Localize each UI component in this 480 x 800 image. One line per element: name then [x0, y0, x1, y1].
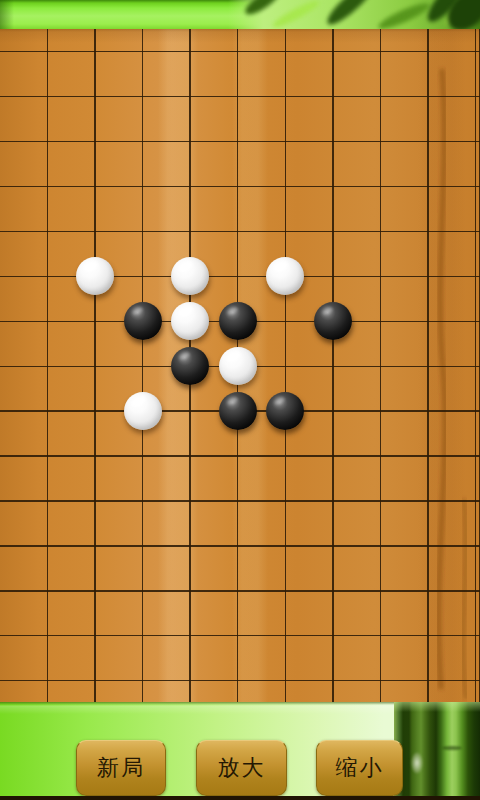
gomoku-app-screen: 新局 放大 缩小 [0, 0, 480, 800]
bamboo-leaves-image [228, 0, 480, 29]
black-stone [219, 302, 257, 340]
white-stone [219, 347, 257, 385]
new-game-button[interactable]: 新局 [76, 740, 166, 796]
screen-bottom-edge [0, 796, 480, 800]
bamboo-leaf [271, 0, 322, 29]
black-stone [314, 302, 352, 340]
white-stone [124, 392, 162, 430]
bamboo-leaf [376, 0, 432, 29]
top-banner [0, 0, 480, 29]
bamboo-node-highlight [411, 752, 423, 774]
bamboo-leaf [242, 0, 284, 19]
zoom-out-button[interactable]: 缩小 [316, 740, 403, 796]
go-board[interactable] [0, 29, 480, 702]
bamboo-leaf [323, 0, 380, 29]
black-stone [124, 302, 162, 340]
bamboo-joint [442, 746, 462, 750]
zoom-in-button[interactable]: 放大 [196, 740, 287, 796]
white-stone [76, 257, 114, 295]
bamboo-stalk-image [394, 702, 480, 800]
black-stone [219, 392, 257, 430]
